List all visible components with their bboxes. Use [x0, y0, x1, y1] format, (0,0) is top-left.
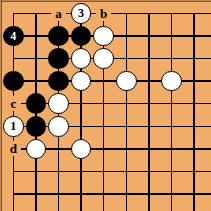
board-point-c6-r5	[115, 92, 138, 115]
board-point-c2-r9	[25, 183, 48, 206]
go-board-grid: a3b4c1d	[2, 2, 205, 205]
board-point-c5-r9	[92, 183, 115, 206]
board-point-c6-r9	[115, 183, 138, 206]
board-point-c4-r8	[70, 160, 93, 183]
board-point-c8-r3	[160, 47, 183, 70]
board-point-c7-r8	[138, 160, 161, 183]
board-point-c7-r1	[138, 2, 161, 25]
board-point-c9-r7	[183, 138, 206, 161]
board-point-c7-r3	[138, 47, 161, 70]
board-point-c2-r2	[25, 25, 48, 48]
board-point-c6-r4	[115, 70, 138, 93]
board-point-c1-r8	[2, 160, 25, 183]
board-point-c9-r9	[183, 183, 206, 206]
board-point-c4-r3	[70, 47, 93, 70]
point-label-b: b	[96, 6, 111, 21]
board-point-c4-r6	[70, 115, 93, 138]
board-point-c2-r7	[25, 138, 48, 161]
white-stone-3: 3	[71, 3, 92, 24]
board-point-c3-r5	[47, 92, 70, 115]
grid-lines-bottom-extension	[2, 205, 205, 211]
board-edge-top	[0, 0, 211, 2]
board-point-c8-r9	[160, 183, 183, 206]
white-stone	[93, 48, 114, 69]
board-point-c1-r5: c	[2, 92, 25, 115]
board-point-c5-r5	[92, 92, 115, 115]
board-point-c7-r4	[138, 70, 161, 93]
board-point-c6-r3	[115, 47, 138, 70]
board-point-c8-r6	[160, 115, 183, 138]
black-stone	[48, 71, 69, 92]
board-point-c1-r7: d	[2, 138, 25, 161]
board-point-c9-r3	[183, 47, 206, 70]
white-stone	[48, 93, 69, 114]
board-point-c5-r6	[92, 115, 115, 138]
board-point-c3-r6	[47, 115, 70, 138]
board-point-c1-r4	[2, 70, 25, 93]
board-point-c8-r7	[160, 138, 183, 161]
board-point-c8-r2	[160, 25, 183, 48]
board-point-c4-r5	[70, 92, 93, 115]
white-stone	[93, 26, 114, 47]
board-point-c6-r2	[115, 25, 138, 48]
board-point-c5-r8	[92, 160, 115, 183]
white-stone-1: 1	[3, 116, 24, 137]
board-point-c7-r2	[138, 25, 161, 48]
board-point-c2-r8	[25, 160, 48, 183]
board-edge-left	[0, 0, 2, 211]
board-point-c3-r1: a	[47, 2, 70, 25]
board-point-c7-r5	[138, 92, 161, 115]
grid-lines-right-extension	[205, 2, 211, 205]
board-point-c5-r3	[92, 47, 115, 70]
board-point-c2-r5	[25, 92, 48, 115]
board-point-c3-r2	[47, 25, 70, 48]
point-label-c: c	[6, 96, 21, 111]
board-point-c4-r2	[70, 25, 93, 48]
white-stone	[48, 116, 69, 137]
board-point-c9-r5	[183, 92, 206, 115]
board-point-c8-r1	[160, 2, 183, 25]
board-point-c7-r9	[138, 183, 161, 206]
board-point-c4-r1: 3	[70, 2, 93, 25]
board-point-c6-r1	[115, 2, 138, 25]
board-point-c2-r3	[25, 47, 48, 70]
board-point-c6-r7	[115, 138, 138, 161]
board-point-c7-r6	[138, 115, 161, 138]
board-point-c5-r4	[92, 70, 115, 93]
go-diagram: a3b4c1d	[0, 0, 211, 211]
board-point-c3-r4	[47, 70, 70, 93]
board-point-c1-r6: 1	[2, 115, 25, 138]
board-point-c4-r9	[70, 183, 93, 206]
white-stone	[71, 139, 92, 160]
white-stone	[71, 71, 92, 92]
board-point-c8-r5	[160, 92, 183, 115]
board-point-c7-r7	[138, 138, 161, 161]
black-stone	[71, 26, 92, 47]
white-stone	[71, 48, 92, 69]
board-point-c1-r3	[2, 47, 25, 70]
black-stone	[48, 48, 69, 69]
white-stone	[161, 71, 182, 92]
board-point-c3-r3	[47, 47, 70, 70]
board-point-c1-r9	[2, 183, 25, 206]
white-stone	[116, 71, 137, 92]
board-point-c2-r1	[25, 2, 48, 25]
board-point-c5-r7	[92, 138, 115, 161]
board-point-c1-r1	[2, 2, 25, 25]
board-point-c9-r8	[183, 160, 206, 183]
board-point-c3-r7	[47, 138, 70, 161]
board-point-c4-r4	[70, 70, 93, 93]
board-point-c6-r8	[115, 160, 138, 183]
point-label-d: d	[6, 141, 21, 156]
board-point-c3-r9	[47, 183, 70, 206]
board-point-c4-r7	[70, 138, 93, 161]
board-point-c9-r2	[183, 25, 206, 48]
board-point-c8-r4	[160, 70, 183, 93]
black-stone	[48, 26, 69, 47]
board-point-c9-r6	[183, 115, 206, 138]
board-point-c8-r8	[160, 160, 183, 183]
board-point-c9-r1	[183, 2, 206, 25]
black-stone	[3, 71, 24, 92]
point-label-a: a	[51, 6, 66, 21]
board-point-c3-r8	[47, 160, 70, 183]
black-stone-4: 4	[3, 26, 24, 47]
board-point-c1-r2: 4	[2, 25, 25, 48]
white-stone	[26, 139, 47, 160]
black-stone	[26, 93, 47, 114]
board-point-c9-r4	[183, 70, 206, 93]
board-point-c5-r2	[92, 25, 115, 48]
board-point-c2-r4	[25, 70, 48, 93]
board-point-c2-r6	[25, 115, 48, 138]
board-point-c6-r6	[115, 115, 138, 138]
black-stone	[26, 116, 47, 137]
board-point-c5-r1: b	[92, 2, 115, 25]
